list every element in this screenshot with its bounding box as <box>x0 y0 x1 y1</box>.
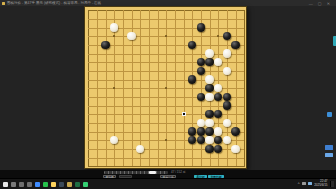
black-stone-O5[interactable] <box>197 127 205 135</box>
explorer-icon[interactable] <box>51 182 56 187</box>
grid-line <box>244 10 245 167</box>
volume-icon[interactable] <box>308 182 312 186</box>
white-stone-P9[interactable] <box>205 93 213 101</box>
move-counter: 47 / 152 手 <box>171 171 186 175</box>
white-stone-D4[interactable] <box>110 136 118 144</box>
black-stone-S15[interactable] <box>231 41 239 49</box>
taskbar-icons <box>3 182 88 187</box>
black-stone-S5[interactable] <box>231 127 239 135</box>
black-stone-Q3[interactable] <box>214 145 222 153</box>
white-stone-R6[interactable] <box>223 119 231 127</box>
black-stone-R16[interactable] <box>223 32 231 40</box>
white-stone-Q5[interactable] <box>214 127 222 135</box>
grid-line <box>88 123 245 124</box>
white-stone-D17[interactable] <box>110 23 118 31</box>
black-stone-O13[interactable] <box>197 58 205 66</box>
white-stone-P14[interactable] <box>205 49 213 57</box>
black-stone-N11[interactable] <box>188 75 196 83</box>
white-stone-F16[interactable] <box>127 32 135 40</box>
grid-line <box>236 10 237 167</box>
window-title: 围棋对弈 - 第47手 黑先 (研究模式) - 棋谱审局 - 对局中 - 在线 <box>7 1 101 5</box>
task-view-icon[interactable] <box>19 182 24 187</box>
slider-thumb[interactable] <box>149 171 156 175</box>
floating-widget-icon[interactable] <box>325 153 333 157</box>
go-board[interactable] <box>84 6 247 169</box>
black-stone-R9[interactable] <box>223 93 231 101</box>
grid-line <box>88 106 245 107</box>
white-stone-R14[interactable] <box>223 49 231 57</box>
screen: 围棋对弈 - 第47手 黑先 (研究模式) - 棋谱审局 - 对局中 - 在线 … <box>0 0 336 189</box>
white-stone-Q10[interactable] <box>214 84 222 92</box>
white-stone-R4[interactable] <box>223 136 231 144</box>
chat-widget-icon[interactable] <box>327 112 332 117</box>
main-area <box>0 6 336 170</box>
browser-icon[interactable] <box>35 182 40 187</box>
messenger-icon[interactable] <box>83 182 88 187</box>
grid-line <box>175 10 176 167</box>
black-stone-Q9[interactable] <box>214 93 222 101</box>
white-stone-P6[interactable] <box>205 119 213 127</box>
white-stone-R12[interactable] <box>223 67 231 75</box>
black-stone-P3[interactable] <box>205 145 213 153</box>
white-stone-G3[interactable] <box>136 145 144 153</box>
active-app-highlight <box>66 180 74 188</box>
black-stone-N15[interactable] <box>188 41 196 49</box>
white-stone-Q13[interactable] <box>214 58 222 66</box>
black-stone-P13[interactable] <box>205 58 213 66</box>
white-stone-O6[interactable] <box>197 119 205 127</box>
go-app-icon[interactable] <box>67 182 72 187</box>
search-icon[interactable] <box>11 182 16 187</box>
hidden-icons-chevron[interactable]: ^ <box>298 182 300 186</box>
black-stone-N5[interactable] <box>188 127 196 135</box>
grid-line <box>88 158 245 159</box>
widgets-icon[interactable] <box>27 182 32 187</box>
grid-line <box>88 166 245 167</box>
tray-date: 2025/6/15 <box>314 184 327 188</box>
green-app-icon[interactable] <box>75 182 80 187</box>
black-stone-P10[interactable] <box>205 84 213 92</box>
review-bar: 47 / 152 手 变化图 最后一手 AI分析 形势判断 <box>0 170 336 178</box>
floating-widget-icon[interactable] <box>325 145 333 150</box>
app-dark-icon[interactable] <box>59 182 64 187</box>
black-stone-O12[interactable] <box>197 67 205 75</box>
wechat-icon[interactable] <box>43 182 48 187</box>
black-stone-P5[interactable] <box>205 127 213 135</box>
black-stone-O17[interactable] <box>197 23 205 31</box>
black-stone-Q4[interactable] <box>214 136 222 144</box>
black-stone-O4[interactable] <box>197 136 205 144</box>
notification-badge[interactable] <box>330 181 334 187</box>
black-stone-N4[interactable] <box>188 136 196 144</box>
network-icon[interactable] <box>302 182 306 186</box>
black-stone-P7[interactable] <box>205 110 213 118</box>
white-stone-S3[interactable] <box>231 145 239 153</box>
white-stone-P4[interactable] <box>205 136 213 144</box>
window-controls[interactable]: — ▢ ✕ <box>309 1 332 6</box>
app-icon <box>2 2 5 5</box>
start-icon[interactable] <box>3 182 8 187</box>
move-slider[interactable] <box>104 171 168 174</box>
last-move-marker <box>182 112 186 116</box>
black-stone-O9[interactable] <box>197 93 205 101</box>
clock[interactable]: 22:47 2025/6/15 <box>314 180 327 187</box>
white-stone-P11[interactable] <box>205 75 213 83</box>
black-stone-C15[interactable] <box>101 41 109 49</box>
black-stone-Q7[interactable] <box>214 110 222 118</box>
grid-line <box>184 10 185 167</box>
system-tray: ^ 22:47 2025/6/15 <box>298 180 334 187</box>
black-stone-R8[interactable] <box>223 101 231 109</box>
taskbar: ^ 22:47 2025/6/15 <box>0 178 336 189</box>
